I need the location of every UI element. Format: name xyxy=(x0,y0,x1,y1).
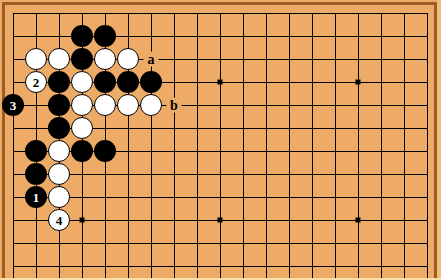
move-number: 4 xyxy=(56,214,63,227)
white-stone xyxy=(48,163,70,185)
white-stone xyxy=(71,94,93,116)
star-point xyxy=(356,80,361,85)
star-point xyxy=(80,218,85,223)
black-stone xyxy=(94,140,116,162)
black-stone xyxy=(48,94,70,116)
black-stone xyxy=(71,25,93,47)
black-stone xyxy=(140,71,162,93)
star-point xyxy=(356,218,361,223)
black-stone xyxy=(94,71,116,93)
black-stone xyxy=(48,71,70,93)
white-stone xyxy=(48,186,70,208)
white-stone xyxy=(94,94,116,116)
white-stone xyxy=(25,48,47,70)
black-stone-move-3: 3 xyxy=(2,94,24,116)
white-stone-move-4: 4 xyxy=(48,209,70,231)
white-stone xyxy=(117,94,139,116)
board-frame-top xyxy=(2,2,437,5)
black-stone xyxy=(25,163,47,185)
star-point xyxy=(218,80,223,85)
white-stone-move-2: 2 xyxy=(25,71,47,93)
move-number: 2 xyxy=(33,76,40,89)
white-stone xyxy=(71,117,93,139)
black-stone xyxy=(71,140,93,162)
black-stone xyxy=(94,25,116,47)
white-stone xyxy=(140,94,162,116)
black-stone xyxy=(71,48,93,70)
black-stone xyxy=(48,117,70,139)
board-edge-highlight-right xyxy=(437,0,441,280)
move-number: 3 xyxy=(10,99,17,112)
white-stone xyxy=(94,48,116,70)
black-stone xyxy=(117,71,139,93)
black-stone-move-1: 1 xyxy=(25,186,47,208)
white-stone xyxy=(48,48,70,70)
star-point xyxy=(218,218,223,223)
white-stone xyxy=(71,71,93,93)
board-frame-left xyxy=(2,2,5,280)
point-label-b: b xyxy=(167,98,182,113)
black-stone xyxy=(25,140,47,162)
white-stone xyxy=(48,140,70,162)
point-label-a: a xyxy=(144,52,159,67)
move-number: 1 xyxy=(33,191,40,204)
white-stone xyxy=(117,48,139,70)
go-board-diagram: 2314 ab xyxy=(0,0,441,280)
